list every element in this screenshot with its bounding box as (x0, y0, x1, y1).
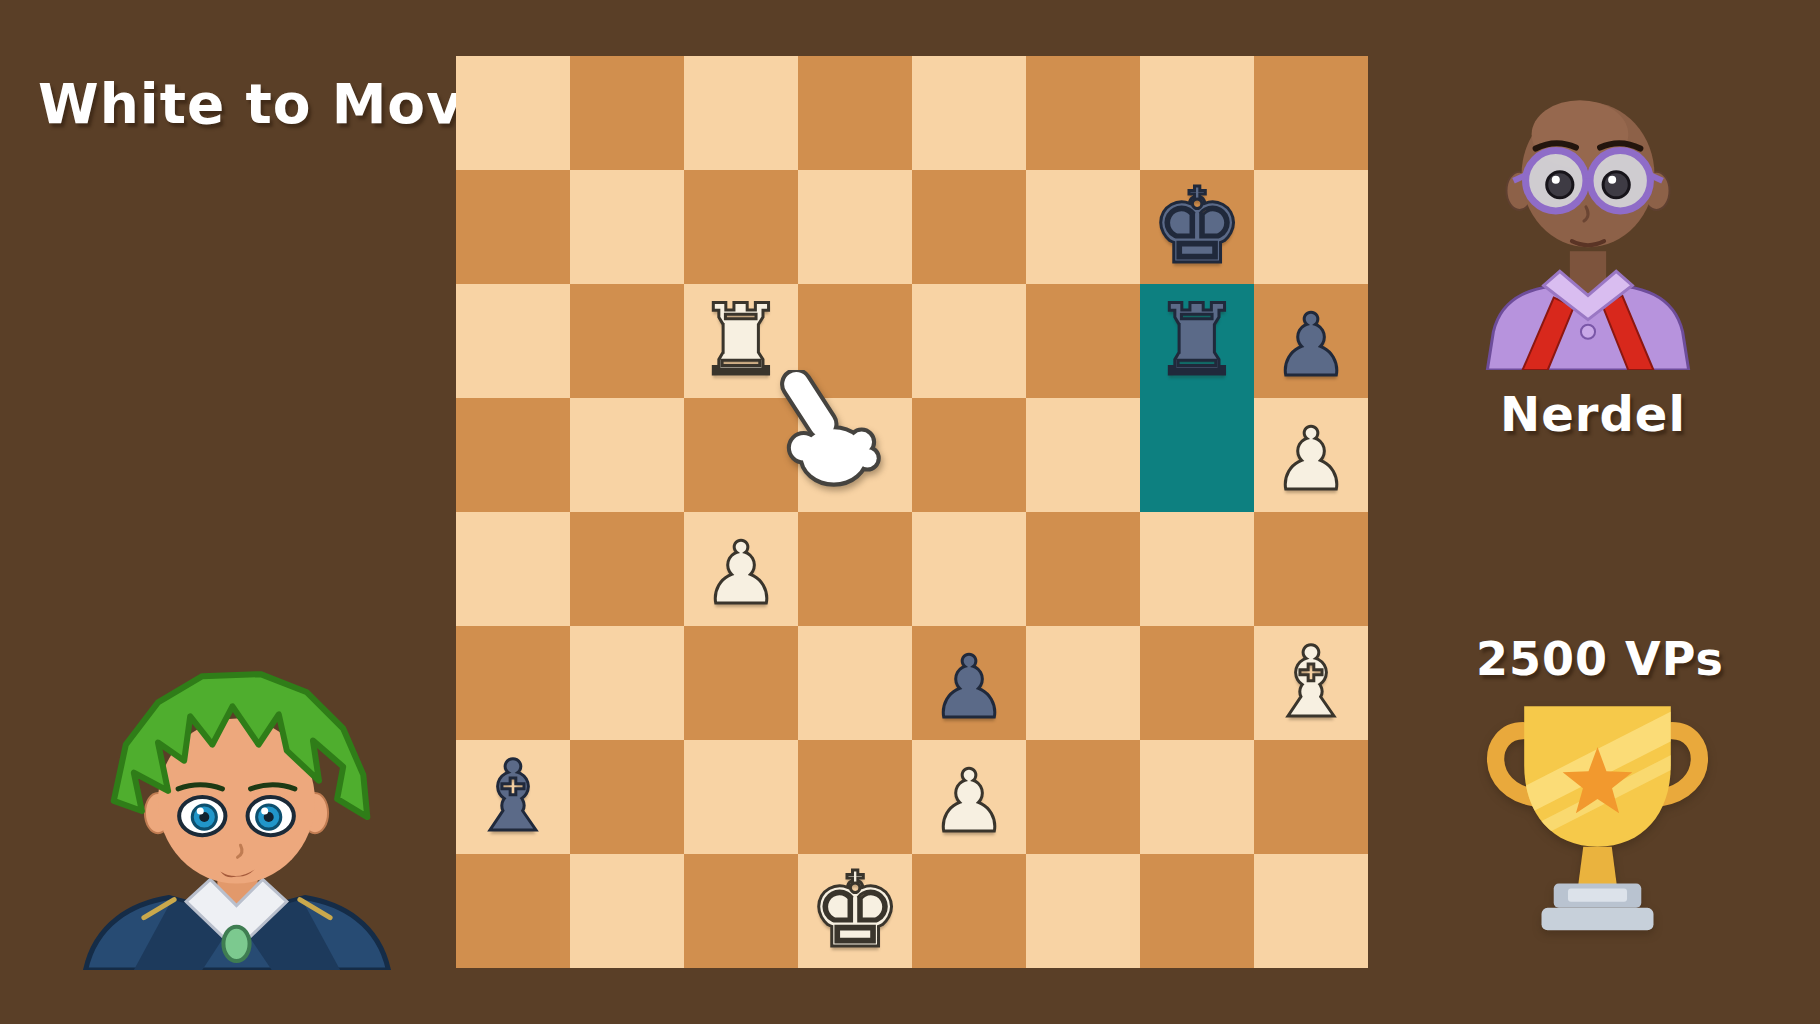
square-e1[interactable] (912, 854, 1026, 968)
square-e6[interactable] (912, 284, 1026, 398)
square-f8[interactable] (1026, 56, 1140, 170)
square-f4[interactable] (1026, 512, 1140, 626)
black-king[interactable]: ♚ (1140, 170, 1254, 284)
square-h4[interactable] (1254, 512, 1368, 626)
square-c1[interactable] (684, 854, 798, 968)
square-e5[interactable] (912, 398, 1026, 512)
square-d2[interactable] (798, 740, 912, 854)
square-c3[interactable] (684, 626, 798, 740)
square-c2[interactable] (684, 740, 798, 854)
square-g7[interactable]: ♚ (1140, 170, 1254, 284)
square-b7[interactable] (570, 170, 684, 284)
opponent-name: Nerdel (1468, 386, 1718, 442)
square-c8[interactable] (684, 56, 798, 170)
square-d3[interactable] (798, 626, 912, 740)
square-b6[interactable] (570, 284, 684, 398)
square-b4[interactable] (570, 512, 684, 626)
square-g3[interactable] (1140, 626, 1254, 740)
square-a2[interactable]: ♝ (456, 740, 570, 854)
white-pawn[interactable]: ♟ (912, 740, 1026, 854)
square-d1[interactable]: ♚ (798, 854, 912, 968)
square-g8[interactable] (1140, 56, 1254, 170)
square-a6[interactable] (456, 284, 570, 398)
turn-indicator: White to Move (38, 72, 501, 136)
square-e7[interactable] (912, 170, 1026, 284)
square-d8[interactable] (798, 56, 912, 170)
square-c7[interactable] (684, 170, 798, 284)
square-d7[interactable] (798, 170, 912, 284)
square-e3[interactable]: ♟ (912, 626, 1026, 740)
square-h3[interactable]: ♝ (1254, 626, 1368, 740)
square-b1[interactable] (570, 854, 684, 968)
square-a5[interactable] (456, 398, 570, 512)
black-rook[interactable]: ♜ (1140, 284, 1254, 398)
square-g4[interactable] (1140, 512, 1254, 626)
white-bishop[interactable]: ♝ (1254, 626, 1368, 740)
vp-score-label: 2500 VPs (1455, 632, 1745, 686)
square-a4[interactable] (456, 512, 570, 626)
square-b2[interactable] (570, 740, 684, 854)
opponent-avatar (1466, 68, 1710, 370)
chess-board: ♚♜♜♟♟♟♟♝♝♟♚ (456, 56, 1368, 968)
square-g6[interactable]: ♜ (1140, 284, 1254, 398)
square-h1[interactable] (1254, 854, 1368, 968)
square-a1[interactable] (456, 854, 570, 968)
white-pawn[interactable]: ♟ (684, 512, 798, 626)
black-pawn[interactable]: ♟ (1254, 284, 1368, 398)
square-a8[interactable] (456, 56, 570, 170)
black-pawn[interactable]: ♟ (912, 626, 1026, 740)
square-a7[interactable] (456, 170, 570, 284)
square-d4[interactable] (798, 512, 912, 626)
square-f6[interactable] (1026, 284, 1140, 398)
square-h2[interactable] (1254, 740, 1368, 854)
white-pawn[interactable]: ♟ (1254, 398, 1368, 512)
square-f2[interactable] (1026, 740, 1140, 854)
square-f5[interactable] (1026, 398, 1140, 512)
player-avatar (72, 648, 402, 970)
black-bishop[interactable]: ♝ (456, 740, 570, 854)
square-c4[interactable]: ♟ (684, 512, 798, 626)
square-b8[interactable] (570, 56, 684, 170)
square-a3[interactable] (456, 626, 570, 740)
square-e8[interactable] (912, 56, 1026, 170)
square-b5[interactable] (570, 398, 684, 512)
square-e2[interactable]: ♟ (912, 740, 1026, 854)
square-h6[interactable]: ♟ (1254, 284, 1368, 398)
square-f1[interactable] (1026, 854, 1140, 968)
square-h8[interactable] (1254, 56, 1368, 170)
square-e4[interactable] (912, 512, 1026, 626)
trophy-icon (1470, 692, 1725, 972)
square-h5[interactable]: ♟ (1254, 398, 1368, 512)
white-king[interactable]: ♚ (798, 854, 912, 968)
square-g1[interactable] (1140, 854, 1254, 968)
square-f7[interactable] (1026, 170, 1140, 284)
square-g5[interactable] (1140, 398, 1254, 512)
square-b3[interactable] (570, 626, 684, 740)
square-f3[interactable] (1026, 626, 1140, 740)
square-h7[interactable] (1254, 170, 1368, 284)
hand-pointer-icon (770, 370, 886, 492)
square-g2[interactable] (1140, 740, 1254, 854)
